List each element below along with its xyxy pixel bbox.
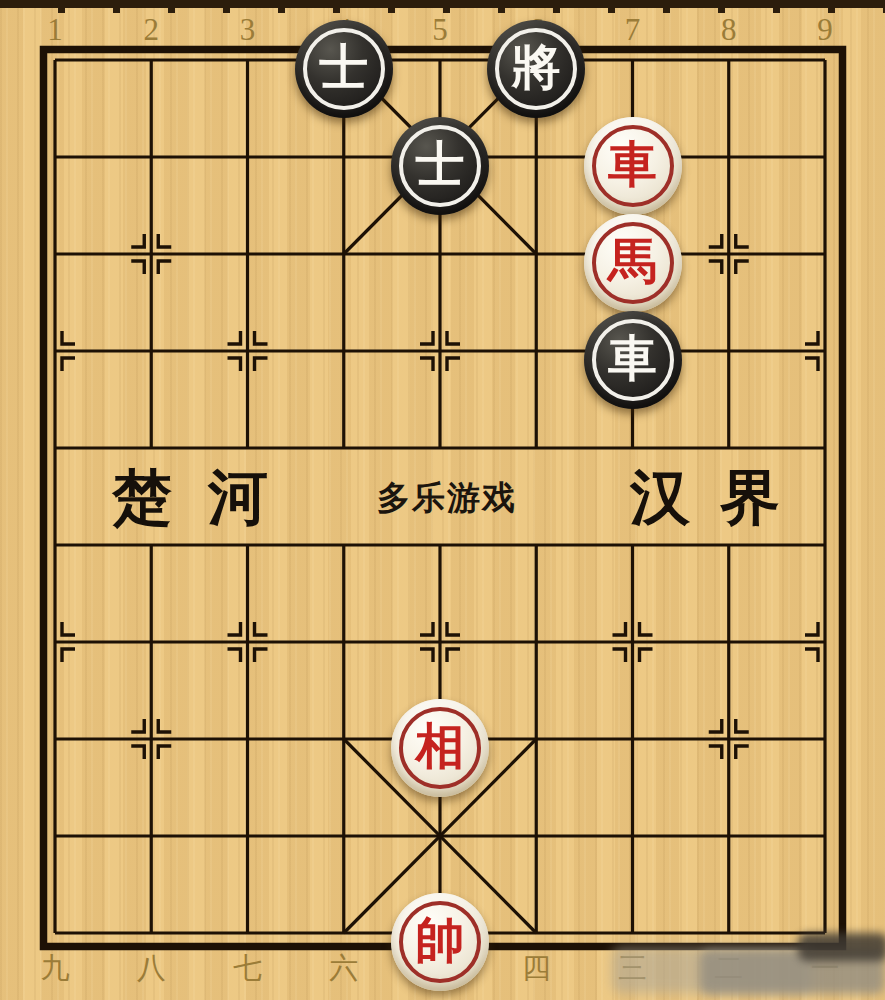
- xiangqi-screenshot: 123456789 九八七六五四三二一 楚河 汉界 多乐游戏 士將士車馬車相帥: [0, 0, 885, 1000]
- file-label-bottom: 六: [329, 951, 358, 985]
- file-label-top: 3: [240, 13, 256, 47]
- piece-red-horse[interactable]: 馬: [584, 214, 682, 312]
- file-label-bottom: 七: [233, 951, 262, 985]
- watermark-blur-patch-dark: [798, 933, 885, 961]
- piece-black-advisor[interactable]: 士: [295, 20, 393, 118]
- file-label-top: 1: [47, 13, 63, 47]
- top-edge-ruler-strip: [0, 0, 885, 8]
- piece-glyph: 將: [512, 35, 561, 101]
- piece-red-general[interactable]: 帥: [391, 893, 489, 991]
- file-label-bottom: 八: [137, 951, 166, 985]
- piece-red-chariot[interactable]: 車: [584, 117, 682, 215]
- file-label-top: 9: [817, 13, 833, 47]
- file-label-top: 8: [721, 13, 737, 47]
- piece-glyph: 帥: [416, 908, 465, 974]
- piece-glyph: 車: [608, 132, 657, 198]
- piece-black-chariot[interactable]: 車: [584, 311, 682, 409]
- file-label-top: 5: [432, 13, 448, 47]
- file-label-bottom: 九: [41, 951, 70, 985]
- piece-glyph: 車: [608, 326, 657, 392]
- file-label-top: 2: [144, 13, 160, 47]
- file-label-bottom: 四: [522, 951, 551, 985]
- piece-red-elephant[interactable]: 相: [391, 699, 489, 797]
- piece-glyph: 馬: [608, 229, 657, 295]
- piece-glyph: 士: [416, 132, 465, 198]
- file-label-top: 7: [625, 13, 641, 47]
- piece-glyph: 士: [319, 35, 368, 101]
- piece-black-advisor[interactable]: 士: [391, 117, 489, 215]
- piece-glyph: 相: [416, 714, 465, 780]
- piece-black-general[interactable]: 將: [487, 20, 585, 118]
